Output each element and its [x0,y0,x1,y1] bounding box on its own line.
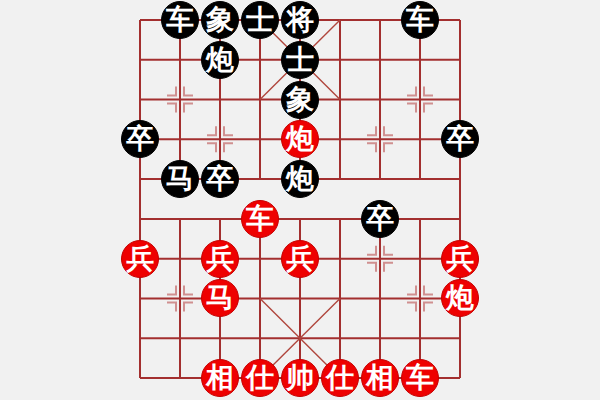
piece-black-chariot[interactable]: 车 [161,1,199,39]
piece-red-soldier[interactable]: 兵 [281,240,319,278]
piece-black-cannon[interactable]: 炮 [201,41,239,79]
piece-black-cannon[interactable]: 炮 [281,160,319,198]
piece-black-elephant[interactable]: 象 [281,81,319,119]
piece-red-general[interactable]: 帅 [281,359,319,397]
piece-red-cannon[interactable]: 炮 [281,120,319,158]
piece-black-soldier[interactable]: 卒 [201,160,239,198]
piece-black-elephant[interactable]: 象 [201,1,239,39]
piece-black-chariot[interactable]: 车 [401,1,439,39]
piece-red-chariot[interactable]: 车 [241,200,279,238]
piece-red-chariot[interactable]: 车 [401,359,439,397]
piece-red-soldier[interactable]: 兵 [201,240,239,278]
piece-black-general[interactable]: 将 [281,1,319,39]
piece-red-advisor[interactable]: 仕 [241,359,279,397]
piece-red-soldier[interactable]: 兵 [121,240,159,278]
piece-black-horse[interactable]: 马 [161,160,199,198]
pieces-layer: 车象士将车炮士象卒炮卒马卒炮车卒兵兵兵兵马炮相仕帅仕相车 [0,0,600,400]
piece-red-soldier[interactable]: 兵 [441,240,479,278]
piece-black-soldier[interactable]: 卒 [441,120,479,158]
xiangqi-app-screen: 车象士将车炮士象卒炮卒马卒炮车卒兵兵兵兵马炮相仕帅仕相车 [0,0,600,400]
piece-black-soldier[interactable]: 卒 [121,120,159,158]
piece-red-elephant[interactable]: 相 [361,359,399,397]
piece-red-elephant[interactable]: 相 [201,359,239,397]
piece-black-soldier[interactable]: 卒 [361,200,399,238]
piece-red-horse[interactable]: 马 [201,279,239,317]
piece-black-advisor[interactable]: 士 [241,1,279,39]
piece-black-advisor[interactable]: 士 [281,41,319,79]
piece-red-advisor[interactable]: 仕 [321,359,359,397]
piece-red-cannon[interactable]: 炮 [441,279,479,317]
